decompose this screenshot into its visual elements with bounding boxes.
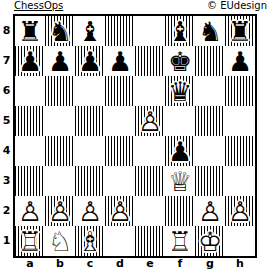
square-c8[interactable]: ♝ (75, 16, 105, 46)
square-h4[interactable] (225, 136, 255, 166)
file-label-h: h (225, 258, 255, 270)
square-g2[interactable]: ♟♙ (195, 196, 225, 226)
square-e3[interactable] (135, 166, 165, 196)
square-g1[interactable]: ♚♔ (195, 226, 225, 256)
square-f6[interactable]: ♛ (165, 76, 195, 106)
rank-label-1: 1 (0, 226, 13, 256)
white-pawn: ♙ (105, 196, 135, 226)
square-e7[interactable] (135, 46, 165, 76)
square-h7[interactable]: ♟ (225, 46, 255, 76)
square-c5[interactable] (75, 106, 105, 136)
square-f5[interactable] (165, 106, 195, 136)
app-title: ChessOps (14, 0, 63, 12)
square-h2[interactable]: ♟♙ (225, 196, 255, 226)
square-b1[interactable]: ♞♘ (45, 226, 75, 256)
square-e2[interactable] (135, 196, 165, 226)
square-b2[interactable]: ♟♙ (45, 196, 75, 226)
square-a3[interactable] (15, 166, 45, 196)
square-f3[interactable]: ♛♕ (165, 166, 195, 196)
square-b3[interactable] (45, 166, 75, 196)
square-b5[interactable] (45, 106, 75, 136)
white-pawn: ♙ (45, 196, 75, 226)
square-b7[interactable]: ♟ (45, 46, 75, 76)
square-d3[interactable] (105, 166, 135, 196)
rank-labels: 87654321 (0, 16, 13, 256)
square-f7[interactable]: ♚ (165, 46, 195, 76)
rank-label-7: 7 (0, 46, 13, 76)
black-bishop: ♝ (75, 16, 105, 46)
square-c2[interactable]: ♟♙ (75, 196, 105, 226)
square-d7[interactable]: ♟ (105, 46, 135, 76)
file-label-a: a (15, 258, 45, 270)
square-a2[interactable]: ♟♙ (15, 196, 45, 226)
diagram-header: ChessOps © EUdesign (14, 0, 267, 13)
white-pawn: ♙ (135, 106, 165, 136)
white-pawn: ♙ (225, 196, 255, 226)
black-pawn: ♟ (165, 136, 195, 166)
square-d4[interactable] (105, 136, 135, 166)
square-f2[interactable] (165, 196, 195, 226)
square-g5[interactable] (195, 106, 225, 136)
white-queen: ♕ (165, 166, 195, 196)
rank-label-8: 8 (0, 16, 13, 46)
square-b6[interactable] (45, 76, 75, 106)
square-a8[interactable]: ♜ (15, 16, 45, 46)
square-g4[interactable] (195, 136, 225, 166)
white-knight: ♘ (45, 226, 75, 256)
black-knight: ♞ (195, 16, 225, 46)
square-h6[interactable] (225, 76, 255, 106)
square-c6[interactable] (75, 76, 105, 106)
black-rook: ♜ (15, 16, 45, 46)
rank-label-4: 4 (0, 136, 13, 166)
square-h1[interactable] (225, 226, 255, 256)
rank-label-3: 3 (0, 166, 13, 196)
square-g7[interactable] (195, 46, 225, 76)
white-rook: ♖ (165, 226, 195, 256)
square-g3[interactable] (195, 166, 225, 196)
square-e5[interactable]: ♟♙ (135, 106, 165, 136)
white-pawn: ♙ (15, 196, 45, 226)
square-d1[interactable] (105, 226, 135, 256)
file-labels: abcdefgh (15, 258, 255, 270)
square-h8[interactable]: ♜ (225, 16, 255, 46)
black-pawn: ♟ (225, 46, 255, 76)
square-d8[interactable] (105, 16, 135, 46)
chess-diagram-page: ChessOps © EUdesign 87654321 ♜♞♝♝♞♜♟♟♟♟♚… (0, 0, 270, 270)
square-c7[interactable]: ♟ (75, 46, 105, 76)
square-f1[interactable]: ♜♖ (165, 226, 195, 256)
white-pawn: ♙ (195, 196, 225, 226)
black-bishop: ♝ (165, 16, 195, 46)
square-f4[interactable]: ♟ (165, 136, 195, 166)
black-knight: ♞ (45, 16, 75, 46)
file-label-f: f (165, 258, 195, 270)
square-e4[interactable] (135, 136, 165, 166)
square-e6[interactable] (135, 76, 165, 106)
black-queen: ♛ (165, 76, 195, 106)
square-g8[interactable]: ♞ (195, 16, 225, 46)
square-c3[interactable] (75, 166, 105, 196)
black-rook: ♜ (225, 16, 255, 46)
rank-label-6: 6 (0, 76, 13, 106)
white-king: ♔ (195, 226, 225, 256)
square-e8[interactable] (135, 16, 165, 46)
square-a5[interactable] (15, 106, 45, 136)
white-rook: ♖ (15, 226, 45, 256)
square-f8[interactable]: ♝ (165, 16, 195, 46)
square-a4[interactable] (15, 136, 45, 166)
square-d2[interactable]: ♟♙ (105, 196, 135, 226)
black-pawn: ♟ (15, 46, 45, 76)
file-label-c: c (75, 258, 105, 270)
credit-text: © EUdesign (207, 0, 267, 12)
square-b8[interactable]: ♞ (45, 16, 75, 46)
black-pawn: ♟ (75, 46, 105, 76)
square-h3[interactable] (225, 166, 255, 196)
black-king: ♚ (165, 46, 195, 76)
square-h5[interactable] (225, 106, 255, 136)
square-c1[interactable]: ♝♗ (75, 226, 105, 256)
file-label-b: b (45, 258, 75, 270)
square-d5[interactable] (105, 106, 135, 136)
file-label-e: e (135, 258, 165, 270)
black-pawn: ♟ (105, 46, 135, 76)
black-pawn: ♟ (45, 46, 75, 76)
rank-label-5: 5 (0, 106, 13, 136)
square-a7[interactable]: ♟ (15, 46, 45, 76)
rank-label-2: 2 (0, 196, 13, 226)
white-pawn: ♙ (75, 196, 105, 226)
square-d6[interactable] (105, 76, 135, 106)
square-e1[interactable] (135, 226, 165, 256)
file-label-g: g (195, 258, 225, 270)
white-bishop: ♗ (75, 226, 105, 256)
square-b4[interactable] (45, 136, 75, 166)
square-g6[interactable] (195, 76, 225, 106)
square-c4[interactable] (75, 136, 105, 166)
square-a1[interactable]: ♜♖ (15, 226, 45, 256)
chess-board: ♜♞♝♝♞♜♟♟♟♟♚♟♛♟♙♟♛♕♟♙♟♙♟♙♟♙♟♙♟♙♜♖♞♘♝♗♜♖♚♔ (13, 14, 257, 258)
square-a6[interactable] (15, 76, 45, 106)
file-label-d: d (105, 258, 135, 270)
